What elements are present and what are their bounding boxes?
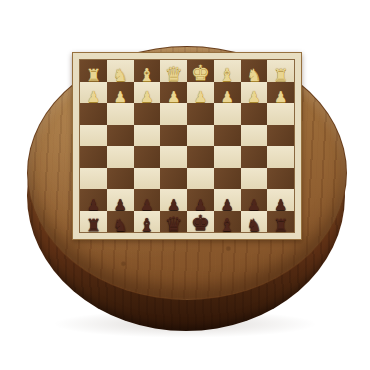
square-b8[interactable]: ♞ [107, 60, 134, 82]
square-a7[interactable]: ♟ [80, 82, 107, 104]
square-d5[interactable] [160, 125, 187, 147]
square-g4[interactable] [241, 146, 268, 168]
square-a8[interactable]: ♜ [80, 60, 107, 82]
square-e8[interactable]: ♚ [187, 60, 214, 82]
square-e1[interactable]: ♚ [187, 211, 214, 233]
square-e4[interactable] [187, 146, 214, 168]
square-a5[interactable] [80, 125, 107, 147]
square-c6[interactable] [134, 103, 161, 125]
square-h3[interactable] [267, 168, 294, 190]
square-f5[interactable] [214, 125, 241, 147]
square-g7[interactable]: ♟ [241, 82, 268, 104]
square-d7[interactable]: ♟ [160, 82, 187, 104]
square-a6[interactable] [80, 103, 107, 125]
square-f7[interactable]: ♟ [214, 82, 241, 104]
piece-black-queen[interactable]: ♛ [165, 214, 183, 234]
square-f2[interactable]: ♟ [214, 189, 241, 211]
piece-black-king[interactable]: ♚ [191, 213, 210, 234]
piece-black-bishop[interactable]: ♝ [139, 216, 155, 234]
square-h7[interactable]: ♟ [267, 82, 294, 104]
chess-board: ♜♞♝♛♚♝♞♜♟♟♟♟♟♟♟♟♟♟♟♟♟♟♟♟♜♞♝♛♚♝♞♜ [72, 52, 302, 240]
square-c4[interactable] [134, 146, 161, 168]
square-d3[interactable] [160, 168, 187, 190]
square-g3[interactable] [241, 168, 268, 190]
square-b4[interactable] [107, 146, 134, 168]
square-b2[interactable]: ♟ [107, 189, 134, 211]
square-e7[interactable]: ♟ [187, 82, 214, 104]
piece-black-rook[interactable]: ♜ [273, 217, 288, 234]
square-b3[interactable] [107, 168, 134, 190]
square-e5[interactable] [187, 125, 214, 147]
square-f6[interactable] [214, 103, 241, 125]
square-g8[interactable]: ♞ [241, 60, 268, 82]
square-f3[interactable] [214, 168, 241, 190]
square-f1[interactable]: ♝ [214, 211, 241, 233]
square-e3[interactable] [187, 168, 214, 190]
square-d6[interactable] [160, 103, 187, 125]
square-e2[interactable]: ♟ [187, 189, 214, 211]
square-c3[interactable] [134, 168, 161, 190]
piece-white-king[interactable]: ♚ [191, 63, 210, 84]
square-b1[interactable]: ♞ [107, 211, 134, 233]
square-a3[interactable] [80, 168, 107, 190]
square-b5[interactable] [107, 125, 134, 147]
piece-black-rook[interactable]: ♜ [86, 217, 101, 234]
piece-black-knight[interactable]: ♞ [246, 217, 261, 234]
square-d2[interactable]: ♟ [160, 189, 187, 211]
square-g1[interactable]: ♞ [241, 211, 268, 233]
square-b6[interactable] [107, 103, 134, 125]
square-a1[interactable]: ♜ [80, 211, 107, 233]
square-b7[interactable]: ♟ [107, 82, 134, 104]
piece-white-queen[interactable]: ♛ [165, 64, 183, 84]
square-g6[interactable] [241, 103, 268, 125]
square-d8[interactable]: ♛ [160, 60, 187, 82]
product-photo-chess-box: ♜♞♝♛♚♝♞♜♟♟♟♟♟♟♟♟♟♟♟♟♟♟♟♟♜♞♝♛♚♝♞♜ [0, 0, 370, 370]
square-g2[interactable]: ♟ [241, 189, 268, 211]
square-e6[interactable] [187, 103, 214, 125]
square-h4[interactable] [267, 146, 294, 168]
square-h1[interactable]: ♜ [267, 211, 294, 233]
piece-black-knight[interactable]: ♞ [113, 217, 128, 234]
square-f8[interactable]: ♝ [214, 60, 241, 82]
square-f4[interactable] [214, 146, 241, 168]
square-h2[interactable]: ♟ [267, 189, 294, 211]
square-a2[interactable]: ♟ [80, 189, 107, 211]
square-h8[interactable]: ♜ [267, 60, 294, 82]
square-d1[interactable]: ♛ [160, 211, 187, 233]
square-g5[interactable] [241, 125, 268, 147]
square-c7[interactable]: ♟ [134, 82, 161, 104]
square-c8[interactable]: ♝ [134, 60, 161, 82]
square-c2[interactable]: ♟ [134, 189, 161, 211]
square-a4[interactable] [80, 146, 107, 168]
square-h5[interactable] [267, 125, 294, 147]
board-grid: ♜♞♝♛♚♝♞♜♟♟♟♟♟♟♟♟♟♟♟♟♟♟♟♟♜♞♝♛♚♝♞♜ [80, 60, 294, 232]
square-d4[interactable] [160, 146, 187, 168]
square-c1[interactable]: ♝ [134, 211, 161, 233]
square-h6[interactable] [267, 103, 294, 125]
piece-black-bishop[interactable]: ♝ [219, 216, 235, 234]
square-c5[interactable] [134, 125, 161, 147]
